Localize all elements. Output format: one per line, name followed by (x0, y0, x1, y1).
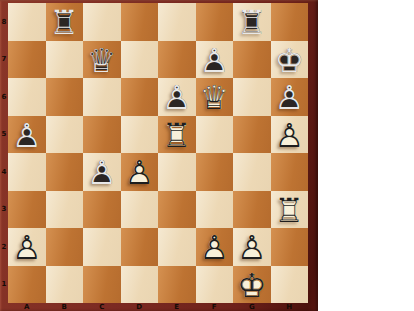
square-c1 (83, 266, 121, 304)
square-d4: ♟♙ (121, 153, 159, 191)
square-c6 (83, 78, 121, 116)
piece-white-king: ♚♔ (233, 266, 271, 304)
piece-black-king: ♚♔ (271, 41, 309, 79)
file-label-g: G (233, 302, 271, 311)
square-e5: ♜♖ (158, 116, 196, 154)
square-h3: ♜♖ (271, 191, 309, 229)
square-e1 (158, 266, 196, 304)
square-b1 (46, 266, 84, 304)
black-rook-glyph-detail: ♖ (233, 3, 271, 41)
square-d8 (121, 3, 159, 41)
square-c3 (83, 191, 121, 229)
chess-board: ♜♖♜♖♛♕♟♙♚♔♟♙♛♕♟♙♟♙♜♖♟♙♟♙♟♙♜♖♟♙♟♙♟♙♚♔ (8, 3, 308, 303)
square-c2 (83, 228, 121, 266)
white-rook-glyph-detail: ♖ (158, 116, 196, 154)
square-h4 (271, 153, 309, 191)
file-label-f: F (196, 302, 234, 311)
square-a6 (8, 78, 46, 116)
chess-diagram: ♜♖♜♖♛♕♟♙♚♔♟♙♛♕♟♙♟♙♜♖♟♙♟♙♟♙♜♖♟♙♟♙♟♙♚♔ 876… (0, 0, 414, 311)
square-f7: ♟♙ (196, 41, 234, 79)
square-b7 (46, 41, 84, 79)
white-rook-glyph-detail: ♖ (271, 191, 309, 229)
piece-white-pawn: ♟♙ (196, 228, 234, 266)
rank-label-3: 3 (0, 191, 8, 229)
square-e4 (158, 153, 196, 191)
square-b6 (46, 78, 84, 116)
piece-black-rook: ♜♖ (233, 3, 271, 41)
square-g6 (233, 78, 271, 116)
square-f6: ♛♕ (196, 78, 234, 116)
rank-label-5: 5 (0, 116, 8, 154)
black-king-glyph-detail: ♔ (271, 41, 309, 79)
square-e3 (158, 191, 196, 229)
square-h8 (271, 3, 309, 41)
white-king-glyph-detail: ♔ (233, 266, 271, 304)
piece-white-pawn: ♟♙ (271, 116, 309, 154)
white-pawn-glyph-detail: ♙ (233, 228, 271, 266)
square-g1: ♚♔ (233, 266, 271, 304)
square-b4 (46, 153, 84, 191)
black-pawn-glyph-detail: ♙ (8, 116, 46, 154)
square-a8 (8, 3, 46, 41)
square-a7 (8, 41, 46, 79)
file-label-e: E (158, 302, 196, 311)
piece-white-rook: ♜♖ (158, 116, 196, 154)
black-rook-glyph-detail: ♖ (46, 3, 84, 41)
square-f4 (196, 153, 234, 191)
square-b2 (46, 228, 84, 266)
square-d2 (121, 228, 159, 266)
file-label-b: B (46, 302, 84, 311)
square-a1 (8, 266, 46, 304)
white-pawn-glyph-detail: ♙ (271, 116, 309, 154)
black-queen-glyph-detail: ♕ (83, 41, 121, 79)
piece-white-pawn: ♟♙ (8, 228, 46, 266)
square-f5 (196, 116, 234, 154)
rank-label-4: 4 (0, 153, 8, 191)
square-d1 (121, 266, 159, 304)
square-h2 (271, 228, 309, 266)
square-f8 (196, 3, 234, 41)
square-f2: ♟♙ (196, 228, 234, 266)
white-pawn-glyph-detail: ♙ (196, 228, 234, 266)
piece-white-rook: ♜♖ (271, 191, 309, 229)
file-label-c: C (83, 302, 121, 311)
square-c4: ♟♙ (83, 153, 121, 191)
file-label-d: D (121, 302, 159, 311)
piece-white-pawn: ♟♙ (233, 228, 271, 266)
white-pawn-glyph-detail: ♙ (121, 153, 159, 191)
rank-label-2: 2 (0, 228, 8, 266)
black-pawn-glyph-detail: ♙ (271, 78, 309, 116)
square-g5 (233, 116, 271, 154)
square-c8 (83, 3, 121, 41)
square-e6: ♟♙ (158, 78, 196, 116)
square-g3 (233, 191, 271, 229)
board-frame: ♜♖♜♖♛♕♟♙♚♔♟♙♛♕♟♙♟♙♜♖♟♙♟♙♟♙♜♖♟♙♟♙♟♙♚♔ 876… (0, 0, 318, 311)
square-d6 (121, 78, 159, 116)
piece-black-queen: ♛♕ (83, 41, 121, 79)
square-d7 (121, 41, 159, 79)
square-e7 (158, 41, 196, 79)
square-g7 (233, 41, 271, 79)
piece-black-rook: ♜♖ (46, 3, 84, 41)
rank-label-6: 6 (0, 78, 8, 116)
piece-black-pawn: ♟♙ (158, 78, 196, 116)
piece-black-pawn: ♟♙ (271, 78, 309, 116)
square-a5: ♟♙ (8, 116, 46, 154)
square-g8: ♜♖ (233, 3, 271, 41)
square-e8 (158, 3, 196, 41)
file-label-a: A (8, 302, 46, 311)
square-b3 (46, 191, 84, 229)
rank-label-7: 7 (0, 41, 8, 79)
square-a2: ♟♙ (8, 228, 46, 266)
square-b5 (46, 116, 84, 154)
square-b8: ♜♖ (46, 3, 84, 41)
white-pawn-glyph-detail: ♙ (8, 228, 46, 266)
piece-black-pawn: ♟♙ (196, 41, 234, 79)
square-c5 (83, 116, 121, 154)
square-d3 (121, 191, 159, 229)
square-h6: ♟♙ (271, 78, 309, 116)
square-g2: ♟♙ (233, 228, 271, 266)
piece-white-pawn: ♟♙ (121, 153, 159, 191)
square-a4 (8, 153, 46, 191)
piece-black-pawn: ♟♙ (83, 153, 121, 191)
square-h7: ♚♔ (271, 41, 309, 79)
square-c7: ♛♕ (83, 41, 121, 79)
black-pawn-glyph-detail: ♙ (196, 41, 234, 79)
square-f3 (196, 191, 234, 229)
rank-label-1: 1 (0, 266, 8, 304)
square-a3 (8, 191, 46, 229)
square-f1 (196, 266, 234, 304)
black-pawn-glyph-detail: ♙ (158, 78, 196, 116)
black-pawn-glyph-detail: ♙ (83, 153, 121, 191)
square-h5: ♟♙ (271, 116, 309, 154)
rank-label-8: 8 (0, 3, 8, 41)
white-queen-glyph-detail: ♕ (196, 78, 234, 116)
square-e2 (158, 228, 196, 266)
piece-white-queen: ♛♕ (196, 78, 234, 116)
square-h1 (271, 266, 309, 304)
square-d5 (121, 116, 159, 154)
square-g4 (233, 153, 271, 191)
piece-black-pawn: ♟♙ (8, 116, 46, 154)
file-label-h: H (271, 302, 309, 311)
